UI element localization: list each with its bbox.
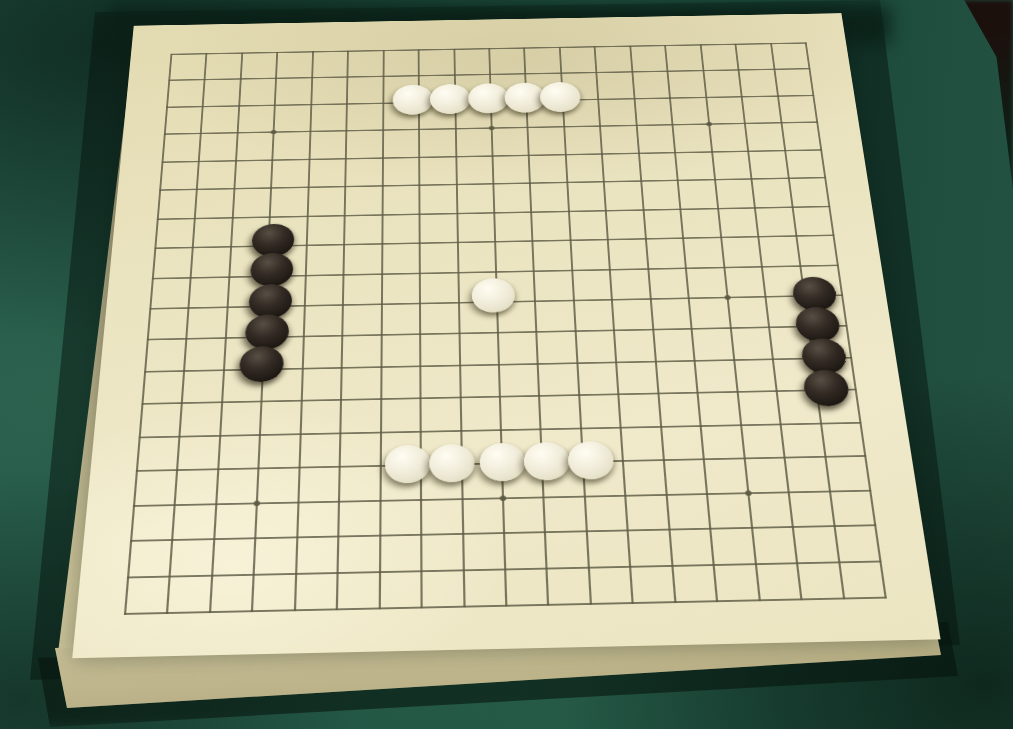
stone-white-L5[interactable] — [523, 442, 570, 481]
background-dark-corner — [938, 0, 1013, 190]
grid-line-v-12 — [559, 47, 592, 605]
stone-white-K17[interactable] — [468, 83, 509, 114]
stone-black-D12[interactable] — [251, 223, 295, 257]
grid-line-v-10 — [488, 48, 507, 607]
board-grid[interactable] — [72, 13, 940, 658]
grid-line-v-1 — [124, 54, 172, 615]
grid-line-v-13 — [594, 46, 634, 604]
grid-line-v-14 — [629, 45, 676, 603]
stone-white-M5[interactable] — [568, 441, 615, 480]
star-point-10-16 — [500, 495, 507, 501]
grid-line-v-8 — [418, 49, 423, 608]
table-cloth — [0, 0, 1013, 729]
stone-white-H17[interactable] — [392, 85, 432, 116]
stone-white-H5[interactable] — [384, 444, 430, 483]
grid-line-v-2 — [166, 53, 207, 614]
star-point-16-10 — [724, 295, 730, 300]
stone-black-S7[interactable] — [802, 369, 851, 406]
grid-line-v-17 — [735, 44, 803, 601]
stone-black-S10[interactable] — [791, 276, 838, 311]
star-point-4-16 — [254, 500, 261, 506]
star-point-4-4 — [271, 130, 277, 134]
grid-line-v-9 — [453, 49, 465, 608]
grid-line-v-3 — [209, 52, 243, 613]
star-point-16-4 — [706, 122, 712, 126]
go-board — [72, 13, 940, 658]
star-point-10-4 — [489, 126, 495, 130]
stone-black-D9[interactable] — [244, 314, 289, 350]
stone-white-J5[interactable] — [429, 443, 475, 482]
stone-black-D8[interactable] — [238, 346, 284, 383]
stone-white-K10[interactable] — [471, 278, 515, 313]
stone-white-L17[interactable] — [504, 83, 545, 114]
stone-black-D11[interactable] — [249, 253, 293, 287]
stone-black-D10[interactable] — [248, 283, 293, 318]
grid-line-v-11 — [523, 47, 549, 605]
stone-white-J17[interactable] — [430, 84, 471, 115]
grid-line-v-6 — [336, 51, 349, 611]
grid-line-v-5 — [294, 51, 314, 611]
stone-white-M17[interactable] — [540, 82, 582, 113]
star-point-16-16 — [745, 490, 752, 496]
stone-white-K5[interactable] — [479, 442, 525, 481]
grid-line-v-7 — [378, 50, 384, 610]
stone-black-S9[interactable] — [794, 306, 842, 342]
